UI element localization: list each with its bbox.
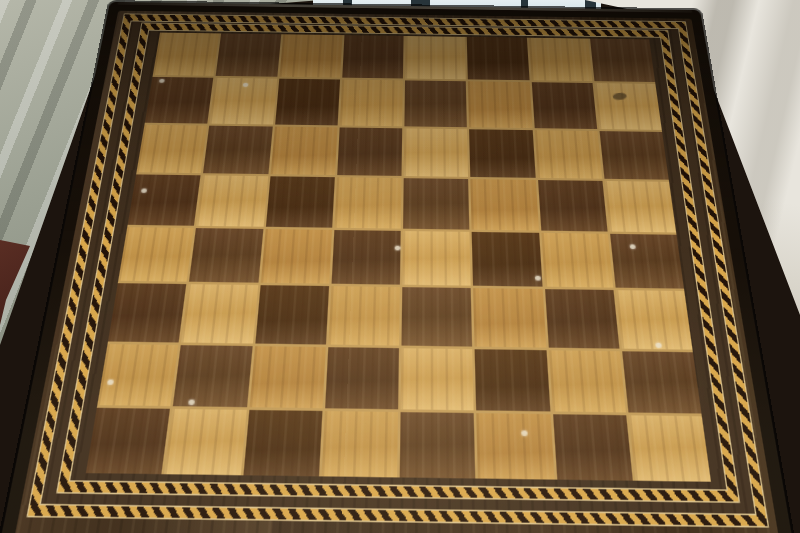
square-b2[interactable] (173, 344, 252, 406)
square-c8[interactable] (279, 34, 342, 78)
square-h1[interactable] (628, 415, 711, 482)
square-e4[interactable] (402, 231, 471, 286)
square-g5[interactable] (537, 180, 607, 232)
square-g4[interactable] (541, 233, 613, 288)
square-b8[interactable] (216, 33, 281, 77)
square-f5[interactable] (471, 179, 539, 231)
square-b4[interactable] (189, 228, 263, 283)
paint-chip (107, 379, 114, 384)
square-f8[interactable] (467, 37, 529, 81)
square-c6[interactable] (270, 126, 337, 175)
square-f3[interactable] (473, 288, 545, 347)
square-g7[interactable] (531, 82, 597, 128)
square-f7[interactable] (468, 82, 532, 128)
square-a3[interactable] (108, 283, 186, 341)
square-f2[interactable] (475, 349, 550, 412)
square-g8[interactable] (528, 38, 592, 82)
checkerboard (86, 33, 711, 482)
square-f4[interactable] (472, 232, 542, 287)
square-d4[interactable] (331, 230, 400, 285)
square-b3[interactable] (181, 284, 257, 342)
square-a1[interactable] (86, 407, 170, 474)
square-g6[interactable] (534, 130, 602, 179)
square-d3[interactable] (328, 286, 400, 345)
square-h3[interactable] (616, 290, 693, 349)
square-c5[interactable] (265, 176, 334, 228)
square-d2[interactable] (325, 347, 399, 409)
game-table-top (0, 2, 800, 533)
square-d6[interactable] (337, 127, 402, 176)
square-h5[interactable] (604, 181, 676, 233)
square-a8[interactable] (153, 33, 220, 76)
square-b6[interactable] (203, 125, 272, 174)
square-a2[interactable] (97, 343, 178, 405)
square-e5[interactable] (403, 178, 470, 230)
square-g1[interactable] (552, 414, 632, 481)
photo-canvas (0, 0, 800, 533)
square-g3[interactable] (544, 289, 619, 348)
square-a6[interactable] (137, 124, 208, 173)
square-e3[interactable] (401, 287, 472, 346)
square-h6[interactable] (599, 131, 669, 180)
square-h8[interactable] (590, 39, 655, 83)
square-c4[interactable] (260, 229, 332, 284)
table-scene (101, 2, 700, 533)
square-h4[interactable] (610, 234, 684, 289)
square-a7[interactable] (145, 77, 214, 123)
square-a5[interactable] (128, 174, 201, 226)
square-d1[interactable] (321, 411, 398, 478)
square-d5[interactable] (334, 177, 401, 229)
square-f1[interactable] (477, 413, 555, 480)
square-e8[interactable] (405, 36, 466, 80)
square-c7[interactable] (275, 79, 340, 125)
square-e6[interactable] (404, 128, 469, 177)
square-h2[interactable] (622, 351, 702, 414)
square-d8[interactable] (342, 35, 404, 79)
square-e7[interactable] (404, 81, 467, 127)
square-c3[interactable] (255, 285, 329, 343)
square-h7[interactable] (594, 83, 661, 129)
square-g2[interactable] (548, 350, 625, 413)
square-e2[interactable] (401, 348, 474, 410)
paint-chip (243, 83, 249, 87)
square-a4[interactable] (118, 227, 194, 282)
square-b1[interactable] (164, 409, 246, 476)
square-f6[interactable] (469, 129, 535, 178)
square-e1[interactable] (400, 412, 476, 479)
square-c2[interactable] (249, 345, 326, 407)
paint-chip (630, 244, 636, 249)
square-c1[interactable] (243, 410, 322, 477)
square-d7[interactable] (340, 80, 403, 126)
square-b5[interactable] (196, 175, 267, 227)
